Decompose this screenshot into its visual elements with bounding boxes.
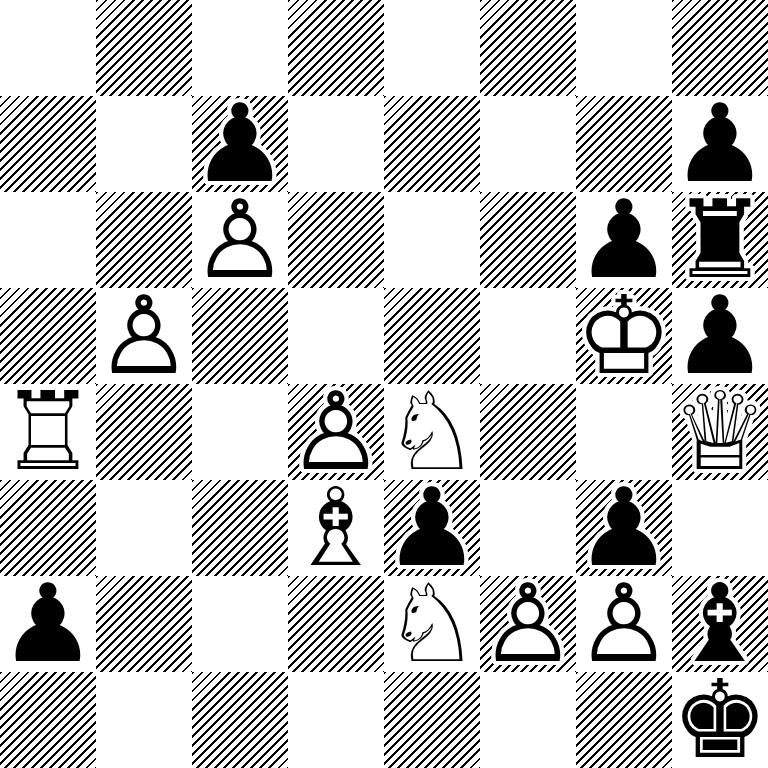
square-g1[interactable] — [576, 672, 672, 768]
square-d8[interactable] — [288, 0, 384, 96]
white-pawn-icon: ♙ — [96, 288, 192, 384]
square-a6[interactable] — [0, 192, 96, 288]
white-rook-icon: ♖ — [0, 384, 96, 480]
square-h4[interactable]: ♛♕ — [672, 384, 768, 480]
white-pawn-icon: ♙ — [576, 576, 672, 672]
square-b4[interactable] — [96, 384, 192, 480]
square-c6[interactable]: ♟♙ — [192, 192, 288, 288]
white-pawn-icon: ♙ — [192, 192, 288, 288]
square-g2[interactable]: ♟♙ — [576, 576, 672, 672]
black-pawn-a2: ♟♟ — [0, 576, 96, 672]
square-f4[interactable] — [480, 384, 576, 480]
square-a4[interactable]: ♜♖ — [0, 384, 96, 480]
white-queen-icon: ♕ — [672, 384, 768, 480]
square-g5[interactable]: ♚♔ — [576, 288, 672, 384]
square-e1[interactable] — [384, 672, 480, 768]
square-b7[interactable] — [96, 96, 192, 192]
square-d6[interactable] — [288, 192, 384, 288]
square-f7[interactable] — [480, 96, 576, 192]
square-e8[interactable] — [384, 0, 480, 96]
white-pawn-c6: ♟♙ — [192, 192, 288, 288]
square-g8[interactable] — [576, 0, 672, 96]
square-f1[interactable] — [480, 672, 576, 768]
square-b3[interactable] — [96, 480, 192, 576]
square-b8[interactable] — [96, 0, 192, 96]
black-king-h1: ♚♚ — [672, 672, 768, 768]
white-king-g5: ♚♔ — [576, 288, 672, 384]
white-bishop-d3: ♝♗ — [288, 480, 384, 576]
square-a1[interactable] — [0, 672, 96, 768]
square-f8[interactable] — [480, 0, 576, 96]
square-d3[interactable]: ♝♗ — [288, 480, 384, 576]
white-knight-icon: ♘ — [384, 576, 480, 672]
white-pawn-f2: ♟♙ — [480, 576, 576, 672]
square-a2[interactable]: ♟♟ — [0, 576, 96, 672]
white-knight-e2: ♞♘ — [384, 576, 480, 672]
square-e2[interactable]: ♞♘ — [384, 576, 480, 672]
square-f5[interactable] — [480, 288, 576, 384]
square-b2[interactable] — [96, 576, 192, 672]
square-c2[interactable] — [192, 576, 288, 672]
square-b5[interactable]: ♟♙ — [96, 288, 192, 384]
square-d1[interactable] — [288, 672, 384, 768]
square-f6[interactable] — [480, 192, 576, 288]
square-h1[interactable]: ♚♚ — [672, 672, 768, 768]
white-pawn-g2: ♟♙ — [576, 576, 672, 672]
square-a7[interactable] — [0, 96, 96, 192]
white-rook-a4: ♜♖ — [0, 384, 96, 480]
square-a8[interactable] — [0, 0, 96, 96]
white-king-icon: ♔ — [576, 288, 672, 384]
white-pawn-b5: ♟♙ — [96, 288, 192, 384]
square-f2[interactable]: ♟♙ — [480, 576, 576, 672]
square-d2[interactable] — [288, 576, 384, 672]
white-queen-h4: ♛♕ — [672, 384, 768, 480]
square-e6[interactable] — [384, 192, 480, 288]
square-d7[interactable] — [288, 96, 384, 192]
chess-board: ♟♟♟♟♟♙♟♟♜♜♟♙♚♔♟♟♜♖♟♙♞♘♛♕♝♗♟♟♟♟♟♟♞♘♟♙♟♙♝♝… — [0, 0, 768, 768]
square-c3[interactable] — [192, 480, 288, 576]
black-pawn-icon: ♟ — [0, 576, 96, 672]
square-c5[interactable] — [192, 288, 288, 384]
square-c1[interactable] — [192, 672, 288, 768]
square-b1[interactable] — [96, 672, 192, 768]
square-c4[interactable] — [192, 384, 288, 480]
white-pawn-icon: ♙ — [480, 576, 576, 672]
black-king-icon: ♚ — [672, 672, 768, 768]
white-bishop-icon: ♗ — [288, 480, 384, 576]
square-e7[interactable] — [384, 96, 480, 192]
